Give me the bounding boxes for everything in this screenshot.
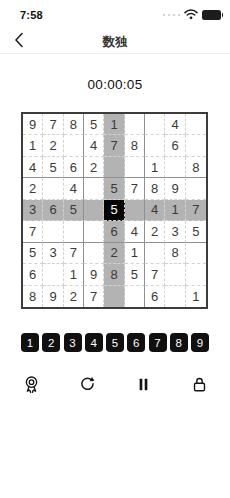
cell-r6c9[interactable]: 5: [186, 221, 206, 242]
restart-icon: [77, 374, 98, 395]
award-icon: [21, 374, 42, 395]
cell-r3c5[interactable]: [104, 157, 124, 178]
cell-r6c6[interactable]: 4: [125, 221, 145, 242]
cell-r3c7[interactable]: 1: [145, 157, 165, 178]
cell-r5c3[interactable]: 5: [64, 200, 84, 221]
cell-r2c1[interactable]: 1: [23, 135, 43, 156]
pad-key-4[interactable]: 4: [85, 333, 103, 352]
cell-r3c1[interactable]: 4: [23, 157, 43, 178]
cell-r8c5[interactable]: 8: [104, 264, 124, 285]
pad-key-3[interactable]: 3: [64, 333, 82, 352]
status-time: 7:58: [20, 9, 43, 21]
cell-r7c4[interactable]: [84, 243, 104, 264]
cellular-signal-icon: [163, 14, 180, 16]
pad-key-7[interactable]: 7: [149, 333, 167, 352]
cell-r2c3[interactable]: [64, 135, 84, 156]
cell-r2c6[interactable]: 8: [125, 135, 145, 156]
cell-r3c3[interactable]: 6: [64, 157, 84, 178]
cell-r1c2[interactable]: 7: [43, 114, 63, 135]
cell-r5c9[interactable]: 7: [186, 200, 206, 221]
cell-r9c9[interactable]: 1: [186, 286, 206, 307]
cell-r5c5[interactable]: 5: [104, 200, 124, 221]
cell-r5c8[interactable]: 1: [165, 200, 185, 221]
pause-icon: [133, 374, 154, 395]
cell-r3c6[interactable]: [125, 157, 145, 178]
cell-r7c8[interactable]: 8: [165, 243, 185, 264]
cell-r1c7[interactable]: [145, 114, 165, 135]
cell-r8c2[interactable]: [43, 264, 63, 285]
cell-r8c1[interactable]: 6: [23, 264, 43, 285]
cell-r8c6[interactable]: 5: [125, 264, 145, 285]
cell-r1c1[interactable]: 9: [23, 114, 43, 135]
pad-key-9[interactable]: 9: [191, 333, 209, 352]
cell-r8c3[interactable]: 1: [64, 264, 84, 285]
pad-key-8[interactable]: 8: [170, 333, 188, 352]
cell-r5c2[interactable]: 6: [43, 200, 63, 221]
sudoku-grid: 9785141247864562182457893655417764235537…: [21, 112, 208, 309]
cell-r3c8[interactable]: [165, 157, 185, 178]
cell-r7c3[interactable]: 7: [64, 243, 84, 264]
cell-r4c7[interactable]: 8: [145, 178, 165, 199]
cell-r1c5[interactable]: 1: [104, 114, 124, 135]
cell-r1c9[interactable]: [186, 114, 206, 135]
cell-r6c2[interactable]: [43, 221, 63, 242]
cell-r6c4[interactable]: [84, 221, 104, 242]
cell-r7c9[interactable]: [186, 243, 206, 264]
status-bar: 7:58: [0, 0, 230, 30]
cell-r9c7[interactable]: 6: [145, 286, 165, 307]
toolbar: [0, 372, 230, 396]
cell-r9c6[interactable]: [125, 286, 145, 307]
cell-r8c8[interactable]: [165, 264, 185, 285]
cell-r1c6[interactable]: [125, 114, 145, 135]
cell-r8c9[interactable]: [186, 264, 206, 285]
cell-r7c6[interactable]: 1: [125, 243, 145, 264]
cell-r3c2[interactable]: 5: [43, 157, 63, 178]
cell-r4c5[interactable]: 5: [104, 178, 124, 199]
cell-r9c3[interactable]: 2: [64, 286, 84, 307]
cell-r6c8[interactable]: 3: [165, 221, 185, 242]
cell-r6c1[interactable]: 7: [23, 221, 43, 242]
nav-bar: 数独: [0, 30, 230, 54]
cell-r2c7[interactable]: [145, 135, 165, 156]
cell-r1c8[interactable]: 4: [165, 114, 185, 135]
cell-r7c2[interactable]: 3: [43, 243, 63, 264]
lock-button[interactable]: [187, 372, 211, 396]
cell-r8c7[interactable]: 7: [145, 264, 165, 285]
cell-r9c2[interactable]: 9: [43, 286, 63, 307]
cell-r2c8[interactable]: 6: [165, 135, 185, 156]
pause-button[interactable]: [131, 372, 155, 396]
cell-r1c3[interactable]: 8: [64, 114, 84, 135]
cell-r2c4[interactable]: 4: [84, 135, 104, 156]
number-pad: 123456789: [0, 333, 230, 352]
cell-r5c1[interactable]: 3: [23, 200, 43, 221]
cell-r4c9[interactable]: [186, 178, 206, 199]
cell-r4c3[interactable]: 4: [64, 178, 84, 199]
lock-icon: [189, 374, 210, 395]
cell-r9c1[interactable]: 8: [23, 286, 43, 307]
cell-r6c5[interactable]: 6: [104, 221, 124, 242]
cell-r4c8[interactable]: 9: [165, 178, 185, 199]
pad-key-1[interactable]: 1: [21, 333, 39, 352]
cell-r5c4[interactable]: [84, 200, 104, 221]
cell-r2c5[interactable]: 7: [104, 135, 124, 156]
cell-r7c7[interactable]: [145, 243, 165, 264]
cell-r9c4[interactable]: 7: [84, 286, 104, 307]
cell-r7c1[interactable]: 5: [23, 243, 43, 264]
cell-r9c8[interactable]: [165, 286, 185, 307]
cell-r2c9[interactable]: [186, 135, 206, 156]
restart-button[interactable]: [75, 372, 99, 396]
cell-r1c4[interactable]: 5: [84, 114, 104, 135]
cell-r8c4[interactable]: 9: [84, 264, 104, 285]
cell-r5c7[interactable]: 4: [145, 200, 165, 221]
cell-r4c2[interactable]: [43, 178, 63, 199]
award-button[interactable]: [19, 372, 43, 396]
cell-r5c6[interactable]: [125, 200, 145, 221]
pad-key-2[interactable]: 2: [42, 333, 60, 352]
status-icons: [163, 9, 221, 21]
cell-r4c4[interactable]: [84, 178, 104, 199]
cell-r6c3[interactable]: [64, 221, 84, 242]
wifi-icon: [184, 6, 198, 24]
pad-key-5[interactable]: 5: [106, 333, 124, 352]
page-title: 数独: [0, 34, 230, 51]
battery-icon: [202, 10, 221, 20]
cell-r4c1[interactable]: 2: [23, 178, 43, 199]
cell-r9c5[interactable]: [104, 286, 124, 307]
cell-r6c7[interactable]: 2: [145, 221, 165, 242]
cell-r7c5[interactable]: 2: [104, 243, 124, 264]
pad-key-6[interactable]: 6: [127, 333, 145, 352]
cell-r4c6[interactable]: 7: [125, 178, 145, 199]
cell-r2c2[interactable]: 2: [43, 135, 63, 156]
cell-r3c9[interactable]: 8: [186, 157, 206, 178]
game-timer: 00:00:05: [0, 77, 230, 92]
cell-r3c4[interactable]: 2: [84, 157, 104, 178]
